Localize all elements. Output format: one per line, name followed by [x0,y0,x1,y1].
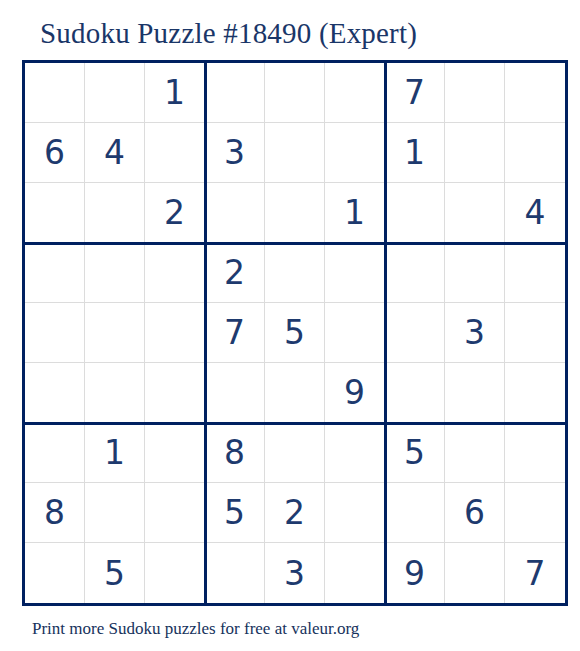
cell-r8c8: 6 [445,483,505,543]
given-digit: 6 [464,496,485,529]
cell-r1c7: 7 [385,63,445,123]
given-digit: 5 [404,436,425,469]
given-digit: 5 [224,496,245,529]
given-digit: 2 [224,256,245,289]
cell-r7c3 [145,423,205,483]
cell-r9c6 [325,543,385,603]
cell-r3c5 [265,183,325,243]
cell-r3c2 [85,183,145,243]
cell-r7c4: 8 [205,423,265,483]
cell-r5c8: 3 [445,303,505,363]
cell-r7c7: 5 [385,423,445,483]
given-digit: 1 [404,136,425,169]
cell-r8c2 [85,483,145,543]
cell-r6c7 [385,363,445,423]
cell-r5c3 [145,303,205,363]
cell-r2c7: 1 [385,123,445,183]
given-digit: 4 [104,136,125,169]
cell-r3c1 [25,183,85,243]
cell-r2c2: 4 [85,123,145,183]
cell-r4c9 [505,243,565,303]
cell-r1c9 [505,63,565,123]
cell-r1c8 [445,63,505,123]
cell-r2c6 [325,123,385,183]
cell-r6c2 [85,363,145,423]
cell-r4c6 [325,243,385,303]
cell-r1c4 [205,63,265,123]
cell-r4c4: 2 [205,243,265,303]
given-digit: 6 [44,136,65,169]
cell-r1c5 [265,63,325,123]
cell-r2c5 [265,123,325,183]
given-digit: 7 [525,557,546,590]
cell-r4c5 [265,243,325,303]
cell-r4c2 [85,243,145,303]
cell-r7c5 [265,423,325,483]
cell-r6c4 [205,363,265,423]
cell-r4c3 [145,243,205,303]
cell-r9c9: 7 [505,543,565,603]
cell-r5c1 [25,303,85,363]
cell-r1c2 [85,63,145,123]
cell-r5c2 [85,303,145,363]
cell-r5c7 [385,303,445,363]
sudoku-grid: 1764312142753918585265397 [25,63,565,603]
given-digit: 2 [284,496,305,529]
box-divider-vertical-left [204,63,207,603]
cell-r5c6 [325,303,385,363]
cell-r3c7 [385,183,445,243]
cell-r2c3 [145,123,205,183]
cell-r4c8 [445,243,505,303]
cell-r6c8 [445,363,505,423]
cell-r8c5: 2 [265,483,325,543]
cell-r9c1 [25,543,85,603]
page: Sudoku Puzzle #18490 (Expert) 1764312142… [0,0,580,639]
cell-r7c1 [25,423,85,483]
cell-r8c7 [385,483,445,543]
box-divider-horizontal-bottom [25,422,565,425]
cell-r5c9 [505,303,565,363]
given-digit: 7 [224,316,245,349]
given-digit: 9 [344,376,365,409]
cell-r4c7 [385,243,445,303]
given-digit: 8 [224,436,245,469]
cell-r5c5: 5 [265,303,325,363]
cell-r1c3: 1 [145,63,205,123]
cell-r5c4: 7 [205,303,265,363]
given-digit: 1 [344,196,365,229]
cell-r3c3: 2 [145,183,205,243]
given-digit: 4 [525,196,546,229]
given-digit: 2 [164,196,185,229]
cell-r6c3 [145,363,205,423]
cell-r7c2: 1 [85,423,145,483]
cell-r7c6 [325,423,385,483]
given-digit: 3 [464,316,485,349]
cell-r2c4: 3 [205,123,265,183]
cell-r7c8 [445,423,505,483]
page-title: Sudoku Puzzle #18490 (Expert) [0,0,580,50]
cell-r9c4 [205,543,265,603]
footer-text: Print more Sudoku puzzles for free at va… [32,619,580,639]
given-digit: 7 [404,76,425,109]
given-digit: 5 [104,557,125,590]
cell-r2c9 [505,123,565,183]
cell-r8c1: 8 [25,483,85,543]
given-digit: 3 [284,557,305,590]
cell-r8c9 [505,483,565,543]
cell-r2c8 [445,123,505,183]
cell-r8c6 [325,483,385,543]
cell-r9c5: 3 [265,543,325,603]
sudoku-board: 1764312142753918585265397 [22,60,568,606]
cell-r3c8 [445,183,505,243]
cell-r3c9: 4 [505,183,565,243]
cell-r3c4 [205,183,265,243]
box-divider-horizontal-top [25,242,565,245]
cell-r9c7: 9 [385,543,445,603]
cell-r9c8 [445,543,505,603]
cell-r1c1 [25,63,85,123]
cell-r7c9 [505,423,565,483]
given-digit: 8 [44,496,65,529]
cell-r6c6: 9 [325,363,385,423]
given-digit: 1 [164,76,185,109]
cell-r4c1 [25,243,85,303]
given-digit: 9 [404,557,425,590]
cell-r9c3 [145,543,205,603]
cell-r6c1 [25,363,85,423]
cell-r3c6: 1 [325,183,385,243]
cell-r8c4: 5 [205,483,265,543]
given-digit: 1 [104,436,125,469]
cell-r2c1: 6 [25,123,85,183]
given-digit: 5 [284,316,305,349]
cell-r8c3 [145,483,205,543]
cell-r6c9 [505,363,565,423]
given-digit: 3 [224,136,245,169]
box-divider-vertical-right [384,63,387,603]
cell-r6c5 [265,363,325,423]
cell-r1c6 [325,63,385,123]
cell-r9c2: 5 [85,543,145,603]
